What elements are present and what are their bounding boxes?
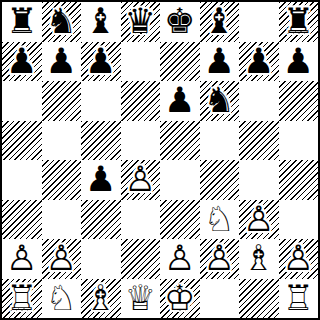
piece-white-rook[interactable]: ♜ [6,281,37,316]
square-g1[interactable] [239,279,279,319]
square-h5[interactable] [279,121,319,161]
square-e6[interactable]: ♟ [160,81,200,121]
piece-white-pawn[interactable]: ♟ [164,241,195,276]
square-a5[interactable] [2,121,42,161]
piece-black-pawn[interactable]: ♟ [243,44,274,79]
piece-black-pawn[interactable]: ♟ [204,44,235,79]
square-b8[interactable]: ♞ [42,2,82,42]
square-d3[interactable] [121,200,161,240]
square-f5[interactable] [200,121,240,161]
square-f7[interactable]: ♟ [200,42,240,82]
square-c5[interactable] [81,121,121,161]
square-f1[interactable] [200,279,240,319]
square-e7[interactable] [160,42,200,82]
square-c3[interactable] [81,200,121,240]
square-g3[interactable]: ♟ [239,200,279,240]
square-e2[interactable]: ♟ [160,239,200,279]
piece-white-knight[interactable]: ♞ [46,281,77,316]
piece-white-bishop[interactable]: ♝ [85,281,116,316]
square-d5[interactable] [121,121,161,161]
square-f3[interactable]: ♞ [200,200,240,240]
piece-white-queen[interactable]: ♛ [125,281,156,316]
square-d8[interactable]: ♛ [121,2,161,42]
square-h4[interactable] [279,160,319,200]
piece-black-pawn[interactable]: ♟ [85,44,116,79]
piece-white-pawn[interactable]: ♟ [283,241,314,276]
piece-black-pawn[interactable]: ♟ [6,44,37,79]
square-b2[interactable]: ♟ [42,239,82,279]
square-b3[interactable] [42,200,82,240]
square-h8[interactable]: ♜ [279,2,319,42]
square-h6[interactable] [279,81,319,121]
square-c4[interactable]: ♟ [81,160,121,200]
piece-white-pawn[interactable]: ♟ [6,241,37,276]
piece-black-knight[interactable]: ♞ [204,83,235,118]
square-f6[interactable]: ♞ [200,81,240,121]
piece-black-pawn[interactable]: ♟ [46,44,77,79]
piece-black-pawn[interactable]: ♟ [85,162,116,197]
square-c1[interactable]: ♝ [81,279,121,319]
square-d4[interactable]: ♟ [121,160,161,200]
piece-white-pawn[interactable]: ♟ [125,162,156,197]
square-b7[interactable]: ♟ [42,42,82,82]
square-c7[interactable]: ♟ [81,42,121,82]
piece-black-queen[interactable]: ♛ [125,4,156,39]
piece-white-pawn[interactable]: ♟ [46,241,77,276]
piece-white-pawn[interactable]: ♟ [204,241,235,276]
square-a6[interactable] [2,81,42,121]
square-b1[interactable]: ♞ [42,279,82,319]
square-b5[interactable] [42,121,82,161]
square-g8[interactable] [239,2,279,42]
square-h7[interactable]: ♟ [279,42,319,82]
square-c2[interactable] [81,239,121,279]
square-e3[interactable] [160,200,200,240]
square-c6[interactable] [81,81,121,121]
square-c8[interactable]: ♝ [81,2,121,42]
piece-white-bishop[interactable]: ♝ [243,241,274,276]
square-e5[interactable] [160,121,200,161]
square-a1[interactable]: ♜ [2,279,42,319]
square-f2[interactable]: ♟ [200,239,240,279]
piece-white-rook[interactable]: ♜ [283,281,314,316]
square-b4[interactable] [42,160,82,200]
square-d6[interactable] [121,81,161,121]
square-h2[interactable]: ♟ [279,239,319,279]
square-e4[interactable] [160,160,200,200]
square-g7[interactable]: ♟ [239,42,279,82]
square-e1[interactable]: ♚ [160,279,200,319]
piece-black-rook[interactable]: ♜ [283,4,314,39]
square-f4[interactable] [200,160,240,200]
square-f8[interactable]: ♝ [200,2,240,42]
square-d2[interactable] [121,239,161,279]
piece-black-knight[interactable]: ♞ [46,4,77,39]
square-h1[interactable]: ♜ [279,279,319,319]
square-h3[interactable] [279,200,319,240]
square-a7[interactable]: ♟ [2,42,42,82]
square-a2[interactable]: ♟ [2,239,42,279]
square-e8[interactable]: ♚ [160,2,200,42]
square-g2[interactable]: ♝ [239,239,279,279]
square-a4[interactable] [2,160,42,200]
piece-black-bishop[interactable]: ♝ [85,4,116,39]
piece-white-knight[interactable]: ♞ [204,202,235,237]
piece-black-bishop[interactable]: ♝ [204,4,235,39]
square-d7[interactable] [121,42,161,82]
square-b6[interactable] [42,81,82,121]
piece-white-pawn[interactable]: ♟ [243,202,274,237]
square-a8[interactable]: ♜ [2,2,42,42]
piece-black-pawn[interactable]: ♟ [283,44,314,79]
square-a3[interactable] [2,200,42,240]
piece-white-king[interactable]: ♚ [164,281,195,316]
square-d1[interactable]: ♛ [121,279,161,319]
chess-board: ♜♞♝♛♚♝♜♟♟♟♟♟♟♟♞♟♟♞♟♟♟♟♟♝♟♜♞♝♛♚♜ [0,0,320,320]
piece-black-king[interactable]: ♚ [164,4,195,39]
square-g6[interactable] [239,81,279,121]
piece-black-rook[interactable]: ♜ [6,4,37,39]
square-g4[interactable] [239,160,279,200]
square-g5[interactable] [239,121,279,161]
piece-black-pawn[interactable]: ♟ [164,83,195,118]
